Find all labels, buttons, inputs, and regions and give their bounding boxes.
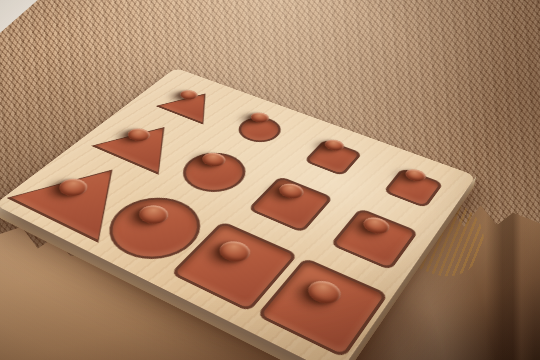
piece-square-medium-col3[interactable] xyxy=(247,176,334,233)
piece-circle-small[interactable] xyxy=(231,113,289,147)
triangle-face xyxy=(95,116,194,172)
piece-square-small-col3[interactable] xyxy=(303,139,363,176)
piece-triangle-small[interactable] xyxy=(155,85,229,125)
piece-square-medium-col4[interactable] xyxy=(330,208,419,271)
piece-circle-medium[interactable] xyxy=(171,146,258,200)
scene xyxy=(0,0,540,360)
piece-square-small-col4[interactable] xyxy=(383,168,444,209)
